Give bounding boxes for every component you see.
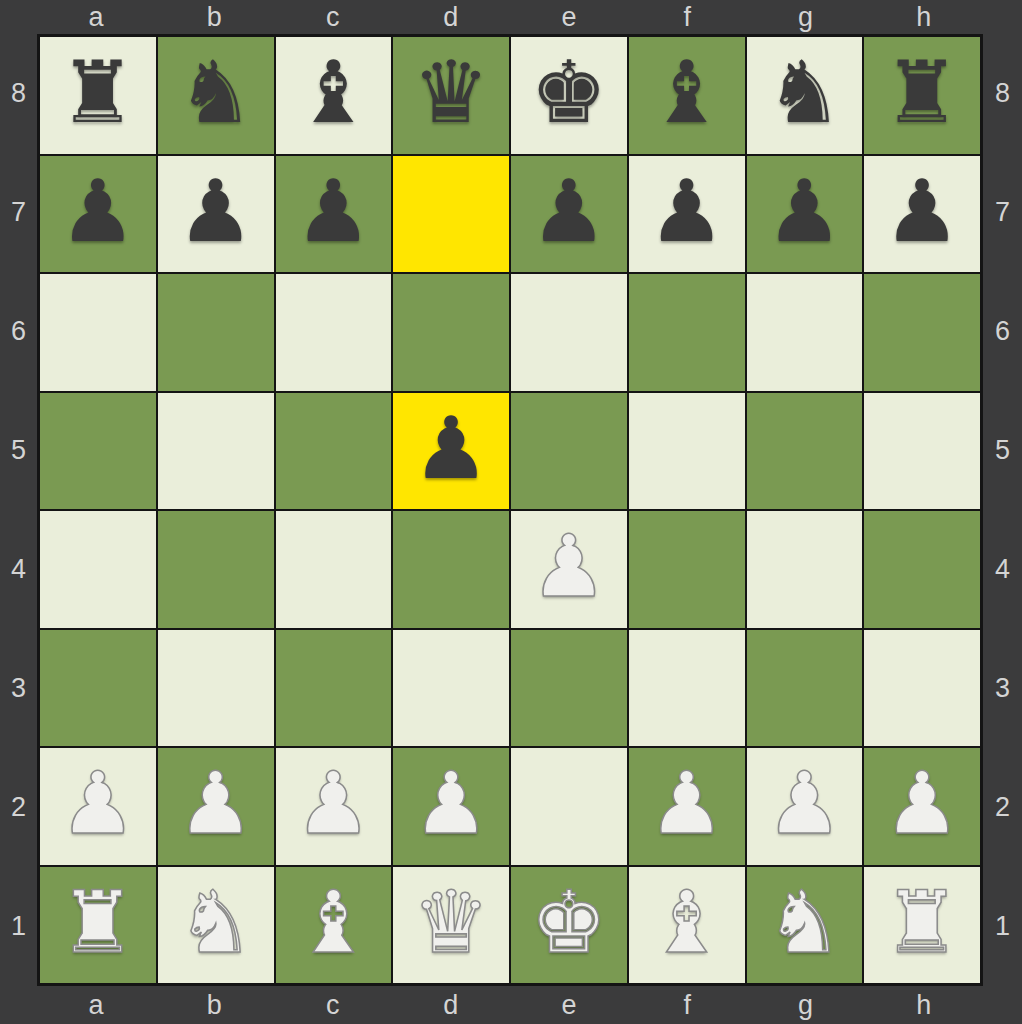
file-label: e xyxy=(562,4,577,31)
black-knight-piece: ♞ xyxy=(766,49,843,135)
rank-label: 4 xyxy=(11,556,26,583)
rank-label: 7 xyxy=(995,199,1010,226)
square-f8[interactable]: ♝ xyxy=(629,37,745,154)
rank-label: 1 xyxy=(11,913,26,940)
file-label: a xyxy=(89,992,104,1019)
square-g3[interactable] xyxy=(747,630,863,747)
white-pawn-piece: ♟ xyxy=(530,523,607,609)
white-pawn-piece: ♟ xyxy=(884,760,961,846)
square-h3[interactable] xyxy=(864,630,980,747)
rank-label: 4 xyxy=(995,556,1010,583)
square-h2[interactable]: ♟ xyxy=(864,748,980,865)
square-b2[interactable]: ♟ xyxy=(158,748,274,865)
square-e3[interactable] xyxy=(511,630,627,747)
file-label: c xyxy=(326,4,340,31)
black-pawn-piece: ♟ xyxy=(648,168,725,254)
square-a4[interactable] xyxy=(40,511,156,628)
black-rook-piece: ♜ xyxy=(59,49,136,135)
square-g2[interactable]: ♟ xyxy=(747,748,863,865)
square-e7[interactable]: ♟ xyxy=(511,156,627,273)
white-pawn-piece: ♟ xyxy=(413,760,490,846)
file-label: e xyxy=(562,992,577,1019)
white-knight-piece: ♞ xyxy=(766,879,843,965)
board-frame: abcdefgh 87654321 ♜♞♝♛♚♝♞♜♟♟♟♟♟♟♟♟♟♟♟♟♟♟… xyxy=(0,0,1022,1024)
black-pawn-piece: ♟ xyxy=(766,168,843,254)
square-d5[interactable]: ♟ xyxy=(393,393,509,510)
square-b3[interactable] xyxy=(158,630,274,747)
rank-label: 2 xyxy=(995,794,1010,821)
black-pawn-piece: ♟ xyxy=(884,168,961,254)
square-f4[interactable] xyxy=(629,511,745,628)
black-bishop-piece: ♝ xyxy=(648,49,725,135)
square-d3[interactable] xyxy=(393,630,509,747)
rank-label: 3 xyxy=(995,675,1010,702)
white-pawn-piece: ♟ xyxy=(177,760,254,846)
black-pawn-piece: ♟ xyxy=(413,405,490,491)
file-label: b xyxy=(207,992,222,1019)
square-h6[interactable] xyxy=(864,274,980,391)
square-f6[interactable] xyxy=(629,274,745,391)
file-label: f xyxy=(684,992,692,1019)
square-b8[interactable]: ♞ xyxy=(158,37,274,154)
file-label: a xyxy=(89,4,104,31)
white-bishop-piece: ♝ xyxy=(295,879,372,965)
square-d4[interactable] xyxy=(393,511,509,628)
white-bishop-piece: ♝ xyxy=(648,879,725,965)
square-e1[interactable]: ♚ xyxy=(511,867,627,984)
white-pawn-piece: ♟ xyxy=(59,760,136,846)
square-f1[interactable]: ♝ xyxy=(629,867,745,984)
black-pawn-piece: ♟ xyxy=(59,168,136,254)
black-queen-piece: ♛ xyxy=(413,49,490,135)
white-knight-piece: ♞ xyxy=(177,879,254,965)
square-h8[interactable]: ♜ xyxy=(864,37,980,154)
black-pawn-piece: ♟ xyxy=(177,168,254,254)
square-a8[interactable]: ♜ xyxy=(40,37,156,154)
square-c5[interactable] xyxy=(276,393,392,510)
rank-label: 1 xyxy=(995,913,1010,940)
square-a1[interactable]: ♜ xyxy=(40,867,156,984)
square-d1[interactable]: ♛ xyxy=(393,867,509,984)
square-f3[interactable] xyxy=(629,630,745,747)
square-c2[interactable]: ♟ xyxy=(276,748,392,865)
square-f5[interactable] xyxy=(629,393,745,510)
file-label: d xyxy=(443,992,458,1019)
file-label: g xyxy=(798,4,813,31)
rank-label: 3 xyxy=(11,675,26,702)
file-label: h xyxy=(916,4,931,31)
white-rook-piece: ♜ xyxy=(59,879,136,965)
square-c8[interactable]: ♝ xyxy=(276,37,392,154)
square-e6[interactable] xyxy=(511,274,627,391)
white-pawn-piece: ♟ xyxy=(766,760,843,846)
black-king-piece: ♚ xyxy=(530,49,607,135)
square-g1[interactable]: ♞ xyxy=(747,867,863,984)
square-e5[interactable] xyxy=(511,393,627,510)
rank-label: 8 xyxy=(11,80,26,107)
file-labels-top: abcdefgh xyxy=(37,0,983,34)
square-h5[interactable] xyxy=(864,393,980,510)
black-pawn-piece: ♟ xyxy=(295,168,372,254)
rank-labels-right: 87654321 xyxy=(983,34,1022,986)
square-b1[interactable]: ♞ xyxy=(158,867,274,984)
file-label: f xyxy=(684,4,692,31)
file-label: g xyxy=(798,992,813,1019)
black-bishop-piece: ♝ xyxy=(295,49,372,135)
square-g4[interactable] xyxy=(747,511,863,628)
square-c3[interactable] xyxy=(276,630,392,747)
square-d7[interactable] xyxy=(393,156,509,273)
black-rook-piece: ♜ xyxy=(884,49,961,135)
square-d2[interactable]: ♟ xyxy=(393,748,509,865)
rank-label: 6 xyxy=(11,318,26,345)
square-g7[interactable]: ♟ xyxy=(747,156,863,273)
square-f2[interactable]: ♟ xyxy=(629,748,745,865)
rank-label: 5 xyxy=(11,437,26,464)
rank-label: 6 xyxy=(995,318,1010,345)
square-a3[interactable] xyxy=(40,630,156,747)
square-b6[interactable] xyxy=(158,274,274,391)
file-label: c xyxy=(326,992,340,1019)
square-c4[interactable] xyxy=(276,511,392,628)
rank-label: 8 xyxy=(995,80,1010,107)
white-pawn-piece: ♟ xyxy=(295,760,372,846)
file-label: h xyxy=(916,992,931,1019)
file-label: d xyxy=(443,4,458,31)
square-h7[interactable]: ♟ xyxy=(864,156,980,273)
square-e8[interactable]: ♚ xyxy=(511,37,627,154)
rank-label: 7 xyxy=(11,199,26,226)
square-b5[interactable] xyxy=(158,393,274,510)
rank-labels-left: 87654321 xyxy=(0,34,37,986)
white-pawn-piece: ♟ xyxy=(648,760,725,846)
square-e4[interactable]: ♟ xyxy=(511,511,627,628)
square-c7[interactable]: ♟ xyxy=(276,156,392,273)
square-h1[interactable]: ♜ xyxy=(864,867,980,984)
square-a7[interactable]: ♟ xyxy=(40,156,156,273)
rank-label: 2 xyxy=(11,794,26,821)
square-g5[interactable] xyxy=(747,393,863,510)
white-king-piece: ♚ xyxy=(530,879,607,965)
square-c6[interactable] xyxy=(276,274,392,391)
file-labels-bottom: abcdefgh xyxy=(37,986,983,1024)
rank-label: 5 xyxy=(995,437,1010,464)
square-f7[interactable]: ♟ xyxy=(629,156,745,273)
white-queen-piece: ♛ xyxy=(413,879,490,965)
black-pawn-piece: ♟ xyxy=(530,168,607,254)
square-g6[interactable] xyxy=(747,274,863,391)
square-g8[interactable]: ♞ xyxy=(747,37,863,154)
white-rook-piece: ♜ xyxy=(884,879,961,965)
file-label: b xyxy=(207,4,222,31)
square-e2[interactable] xyxy=(511,748,627,865)
chess-board: ♜♞♝♛♚♝♞♜♟♟♟♟♟♟♟♟♟♟♟♟♟♟♟♟♜♞♝♛♚♝♞♜ xyxy=(37,34,983,986)
square-a5[interactable] xyxy=(40,393,156,510)
square-b4[interactable] xyxy=(158,511,274,628)
square-b7[interactable]: ♟ xyxy=(158,156,274,273)
black-knight-piece: ♞ xyxy=(177,49,254,135)
square-d8[interactable]: ♛ xyxy=(393,37,509,154)
square-d6[interactable] xyxy=(393,274,509,391)
square-h4[interactable] xyxy=(864,511,980,628)
square-c1[interactable]: ♝ xyxy=(276,867,392,984)
square-a2[interactable]: ♟ xyxy=(40,748,156,865)
square-a6[interactable] xyxy=(40,274,156,391)
